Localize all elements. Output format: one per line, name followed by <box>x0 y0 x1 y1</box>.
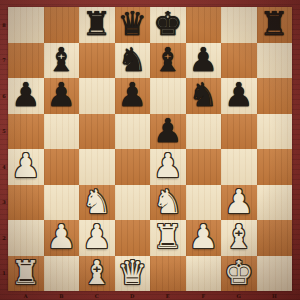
square-h8[interactable]: ♜ <box>257 7 293 43</box>
rank-label-2: 2 <box>0 220 8 256</box>
square-a4[interactable]: ♟ <box>8 149 44 185</box>
square-g6[interactable]: ♟ <box>221 78 257 114</box>
square-c4[interactable] <box>79 149 115 185</box>
square-b8[interactable] <box>44 7 80 43</box>
square-h2[interactable] <box>257 220 293 256</box>
black-pawn-g6[interactable]: ♟ <box>224 78 254 111</box>
square-h4[interactable] <box>257 149 293 185</box>
chess-board-frame: 87654321 ♜♛♚♜♝♞♝♟♟♟♟♞♟♟♟♟♞♞♟♟♟♜♟♝♜♝♛♚ AB… <box>0 0 300 300</box>
rank-label-5: 5 <box>0 114 8 150</box>
rank-labels: 87654321 <box>0 7 8 291</box>
square-c1[interactable]: ♝ <box>79 256 115 292</box>
square-d8[interactable]: ♛ <box>115 7 151 43</box>
square-a8[interactable] <box>8 7 44 43</box>
square-d4[interactable] <box>115 149 151 185</box>
square-a5[interactable] <box>8 114 44 150</box>
square-e6[interactable] <box>150 78 186 114</box>
file-label-a: A <box>8 291 44 300</box>
file-labels: ABCDEFGH <box>8 291 292 300</box>
white-pawn-a4[interactable]: ♟ <box>11 149 41 182</box>
square-g5[interactable] <box>221 114 257 150</box>
square-e1[interactable] <box>150 256 186 292</box>
square-e4[interactable]: ♟ <box>150 149 186 185</box>
rank-label-4: 4 <box>0 149 8 185</box>
square-b5[interactable] <box>44 114 80 150</box>
square-b3[interactable] <box>44 185 80 221</box>
square-e8[interactable]: ♚ <box>150 7 186 43</box>
square-h5[interactable] <box>257 114 293 150</box>
black-bishop-b7[interactable]: ♝ <box>46 43 76 76</box>
square-h3[interactable] <box>257 185 293 221</box>
white-knight-c3[interactable]: ♞ <box>82 185 112 218</box>
square-f2[interactable]: ♟ <box>186 220 222 256</box>
square-g7[interactable] <box>221 43 257 79</box>
file-label-g: G <box>221 291 257 300</box>
file-label-c: C <box>79 291 115 300</box>
square-e7[interactable]: ♝ <box>150 43 186 79</box>
square-a1[interactable]: ♜ <box>8 256 44 292</box>
square-c3[interactable]: ♞ <box>79 185 115 221</box>
square-f7[interactable]: ♟ <box>186 43 222 79</box>
square-c5[interactable] <box>79 114 115 150</box>
chess-board[interactable]: ♜♛♚♜♝♞♝♟♟♟♟♞♟♟♟♟♞♞♟♟♟♜♟♝♜♝♛♚ <box>8 7 292 291</box>
file-label-h: H <box>257 291 293 300</box>
square-f1[interactable] <box>186 256 222 292</box>
square-f4[interactable] <box>186 149 222 185</box>
black-rook-c8[interactable]: ♜ <box>82 7 112 40</box>
file-label-b: B <box>44 291 80 300</box>
square-b4[interactable] <box>44 149 80 185</box>
square-b2[interactable]: ♟ <box>44 220 80 256</box>
white-pawn-b2[interactable]: ♟ <box>46 220 76 253</box>
square-f6[interactable]: ♞ <box>186 78 222 114</box>
black-rook-h8[interactable]: ♜ <box>259 7 289 40</box>
square-f5[interactable] <box>186 114 222 150</box>
square-a2[interactable] <box>8 220 44 256</box>
square-a3[interactable] <box>8 185 44 221</box>
square-h7[interactable] <box>257 43 293 79</box>
black-knight-d7[interactable]: ♞ <box>117 43 147 76</box>
square-a6[interactable]: ♟ <box>8 78 44 114</box>
white-rook-e2[interactable]: ♜ <box>153 220 183 253</box>
square-e2[interactable]: ♜ <box>150 220 186 256</box>
rank-label-8: 8 <box>0 7 8 43</box>
square-g2[interactable]: ♝ <box>221 220 257 256</box>
square-d7[interactable]: ♞ <box>115 43 151 79</box>
square-c6[interactable] <box>79 78 115 114</box>
file-label-f: F <box>186 291 222 300</box>
white-knight-e3[interactable]: ♞ <box>153 185 183 218</box>
white-rook-a1[interactable]: ♜ <box>11 256 41 289</box>
square-f3[interactable] <box>186 185 222 221</box>
white-pawn-g3[interactable]: ♟ <box>224 185 254 218</box>
white-bishop-c1[interactable]: ♝ <box>82 256 112 289</box>
rank-label-3: 3 <box>0 185 8 221</box>
black-pawn-e5[interactable]: ♟ <box>153 114 183 147</box>
black-king-e8[interactable]: ♚ <box>153 7 183 40</box>
square-b7[interactable]: ♝ <box>44 43 80 79</box>
square-d2[interactable] <box>115 220 151 256</box>
black-pawn-d6[interactable]: ♟ <box>117 78 147 111</box>
square-c2[interactable]: ♟ <box>79 220 115 256</box>
white-queen-d1[interactable]: ♛ <box>117 256 147 289</box>
square-b6[interactable]: ♟ <box>44 78 80 114</box>
square-c7[interactable] <box>79 43 115 79</box>
square-e5[interactable]: ♟ <box>150 114 186 150</box>
white-king-g1[interactable]: ♚ <box>224 256 254 289</box>
square-d6[interactable]: ♟ <box>115 78 151 114</box>
white-pawn-f2[interactable]: ♟ <box>188 220 218 253</box>
square-h6[interactable] <box>257 78 293 114</box>
square-g3[interactable]: ♟ <box>221 185 257 221</box>
white-bishop-g2[interactable]: ♝ <box>224 220 254 253</box>
black-knight-f6[interactable]: ♞ <box>188 78 218 111</box>
black-bishop-e7[interactable]: ♝ <box>153 43 183 76</box>
black-queen-d8[interactable]: ♛ <box>117 7 147 40</box>
square-b1[interactable] <box>44 256 80 292</box>
file-label-e: E <box>150 291 186 300</box>
square-d3[interactable] <box>115 185 151 221</box>
square-d1[interactable]: ♛ <box>115 256 151 292</box>
square-h1[interactable] <box>257 256 293 292</box>
rank-label-1: 1 <box>0 256 8 292</box>
square-a7[interactable] <box>8 43 44 79</box>
rank-label-6: 6 <box>0 78 8 114</box>
square-d5[interactable] <box>115 114 151 150</box>
square-f8[interactable] <box>186 7 222 43</box>
square-c8[interactable]: ♜ <box>79 7 115 43</box>
black-pawn-f7[interactable]: ♟ <box>188 43 218 76</box>
white-pawn-c2[interactable]: ♟ <box>82 220 112 253</box>
file-label-d: D <box>115 291 151 300</box>
rank-label-7: 7 <box>0 43 8 79</box>
black-pawn-b6[interactable]: ♟ <box>46 78 76 111</box>
square-g4[interactable] <box>221 149 257 185</box>
square-g8[interactable] <box>221 7 257 43</box>
white-pawn-e4[interactable]: ♟ <box>153 149 183 182</box>
black-pawn-a6[interactable]: ♟ <box>11 78 41 111</box>
square-g1[interactable]: ♚ <box>221 256 257 292</box>
square-e3[interactable]: ♞ <box>150 185 186 221</box>
